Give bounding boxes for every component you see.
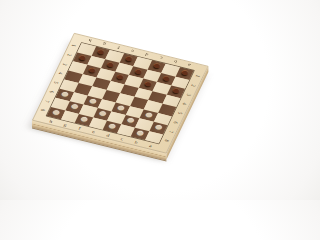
- checker-light-man[interactable]: ●: [143, 109, 155, 120]
- checker-dark-man[interactable]: ●: [86, 65, 98, 76]
- checker-dark-man[interactable]: ●: [114, 72, 126, 83]
- checker-dark-man[interactable]: ●: [132, 66, 144, 77]
- checker-light-man[interactable]: ●: [124, 115, 136, 126]
- checker-dark-man[interactable]: ●: [151, 60, 163, 71]
- checker-light-man[interactable]: ●: [152, 122, 164, 133]
- checker-light-man[interactable]: ●: [78, 114, 90, 125]
- checker-light-man[interactable]: ●: [68, 101, 80, 112]
- checker-dark-man[interactable]: ●: [76, 52, 88, 63]
- checker-light-man[interactable]: ●: [87, 95, 99, 106]
- checker-light-man[interactable]: ●: [50, 107, 62, 118]
- checker-light-man[interactable]: ●: [59, 89, 71, 100]
- checker-dark-man[interactable]: ●: [179, 67, 191, 78]
- checker-dark-man[interactable]: ●: [104, 59, 116, 70]
- checker-light-man[interactable]: ●: [115, 102, 127, 113]
- checker-light-man[interactable]: ●: [134, 127, 146, 138]
- checker-dark-man[interactable]: ●: [123, 53, 135, 64]
- checker-dark-man[interactable]: ●: [95, 47, 107, 58]
- checker-light-man[interactable]: ●: [96, 108, 108, 119]
- checker-light-man[interactable]: ●: [106, 121, 118, 132]
- board-photo-scene: hgfedcba hgfedcba 12345678 12345678 ●●●●…: [0, 0, 220, 200]
- checker-dark-man[interactable]: ●: [142, 79, 154, 90]
- checker-dark-man[interactable]: ●: [160, 73, 172, 84]
- checker-dark-man[interactable]: ●: [170, 85, 182, 96]
